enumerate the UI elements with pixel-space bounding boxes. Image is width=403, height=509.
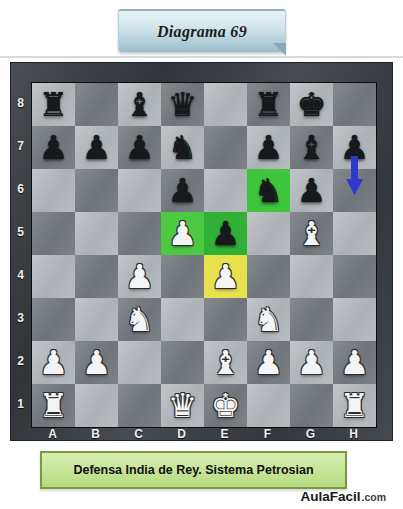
diagram-title: Diagrama 69 — [157, 23, 247, 41]
square-a5[interactable] — [32, 212, 75, 255]
square-d4[interactable] — [161, 255, 204, 298]
square-a8[interactable]: ♜ — [32, 83, 75, 126]
piece-black-rook: ♜ — [39, 83, 69, 126]
square-a4[interactable] — [32, 255, 75, 298]
square-e2[interactable]: ♝ — [204, 341, 247, 384]
piece-black-bishop: ♝ — [297, 126, 327, 169]
piece-black-knight: ♞ — [168, 126, 198, 169]
square-b7[interactable]: ♟ — [75, 126, 118, 169]
opening-caption: Defensa India de Rey. Sistema Petrosian — [73, 463, 313, 477]
square-f2[interactable]: ♟ — [247, 341, 290, 384]
file-label-A: A — [31, 428, 74, 441]
square-b1[interactable] — [75, 384, 118, 427]
header-divider-line — [0, 56, 403, 58]
piece-white-rook: ♜ — [340, 384, 370, 427]
square-d6[interactable]: ♟ — [161, 169, 204, 212]
square-h4[interactable] — [333, 255, 376, 298]
square-a1[interactable]: ♜ — [32, 384, 75, 427]
piece-white-queen: ♛ — [168, 384, 198, 427]
piece-white-knight: ♞ — [125, 298, 155, 341]
square-a2[interactable]: ♟ — [32, 341, 75, 384]
piece-white-pawn: ♟ — [82, 341, 112, 384]
square-f3[interactable]: ♞ — [247, 298, 290, 341]
square-h3[interactable] — [333, 298, 376, 341]
square-d1[interactable]: ♛ — [161, 384, 204, 427]
file-label-H: H — [332, 428, 375, 441]
piece-black-pawn: ♟ — [82, 126, 112, 169]
rank-label-5: 5 — [11, 211, 30, 254]
site-branding: AulaFacil .com — [300, 489, 386, 505]
square-h2[interactable]: ♟ — [333, 341, 376, 384]
square-e6[interactable] — [204, 169, 247, 212]
piece-black-pawn: ♟ — [125, 126, 155, 169]
square-b5[interactable] — [75, 212, 118, 255]
square-b2[interactable]: ♟ — [75, 341, 118, 384]
square-c7[interactable]: ♟ — [118, 126, 161, 169]
square-c3[interactable]: ♞ — [118, 298, 161, 341]
square-a7[interactable]: ♟ — [32, 126, 75, 169]
piece-black-bishop: ♝ — [125, 83, 155, 126]
square-g5[interactable]: ♝ — [290, 212, 333, 255]
square-e8[interactable] — [204, 83, 247, 126]
square-g6[interactable]: ♟ — [290, 169, 333, 212]
board-grid: ♜♝♛♜♚♟♟♟♞♟♝♟♟♞♟♟♟♝♟♟♞♞♟♟♝♟♟♟♜♛♚♜ — [31, 82, 377, 428]
square-f1[interactable] — [247, 384, 290, 427]
square-h8[interactable] — [333, 83, 376, 126]
piece-white-pawn: ♟ — [340, 341, 370, 384]
square-g7[interactable]: ♝ — [290, 126, 333, 169]
square-g2[interactable]: ♟ — [290, 341, 333, 384]
brand-name: AulaFacil — [300, 489, 360, 504]
square-d8[interactable]: ♛ — [161, 83, 204, 126]
piece-white-king: ♚ — [211, 384, 241, 427]
piece-white-pawn: ♟ — [254, 341, 284, 384]
square-d2[interactable] — [161, 341, 204, 384]
square-d7[interactable]: ♞ — [161, 126, 204, 169]
square-c8[interactable]: ♝ — [118, 83, 161, 126]
file-label-E: E — [203, 428, 246, 441]
brand-suffix: .com — [361, 491, 386, 503]
piece-white-rook: ♜ — [39, 384, 69, 427]
square-e7[interactable] — [204, 126, 247, 169]
piece-black-pawn: ♟ — [39, 126, 69, 169]
rank-label-7: 7 — [11, 125, 30, 168]
piece-white-knight: ♞ — [254, 298, 284, 341]
square-c4[interactable]: ♟ — [118, 255, 161, 298]
rank-label-3: 3 — [11, 297, 30, 340]
piece-white-pawn: ♟ — [297, 341, 327, 384]
square-c1[interactable] — [118, 384, 161, 427]
square-d5[interactable]: ♟ — [161, 212, 204, 255]
square-h6[interactable] — [333, 169, 376, 212]
square-a6[interactable] — [32, 169, 75, 212]
piece-white-pawn: ♟ — [211, 255, 241, 298]
piece-white-pawn: ♟ — [39, 341, 69, 384]
square-c2[interactable] — [118, 341, 161, 384]
square-c6[interactable] — [118, 169, 161, 212]
square-e1[interactable]: ♚ — [204, 384, 247, 427]
piece-black-pawn: ♟ — [254, 126, 284, 169]
piece-black-rook: ♜ — [254, 83, 284, 126]
square-f8[interactable]: ♜ — [247, 83, 290, 126]
square-f5[interactable] — [247, 212, 290, 255]
square-b8[interactable] — [75, 83, 118, 126]
square-e3[interactable] — [204, 298, 247, 341]
piece-black-pawn: ♟ — [168, 169, 198, 212]
piece-white-pawn: ♟ — [125, 255, 155, 298]
square-a3[interactable] — [32, 298, 75, 341]
square-h5[interactable] — [333, 212, 376, 255]
square-g1[interactable] — [290, 384, 333, 427]
rank-label-6: 6 — [11, 168, 30, 211]
piece-white-bishop: ♝ — [297, 212, 327, 255]
piece-white-pawn: ♟ — [168, 212, 198, 255]
rank-label-1: 1 — [11, 383, 30, 426]
square-c5[interactable] — [118, 212, 161, 255]
square-b4[interactable] — [75, 255, 118, 298]
chess-board-frame: ♜♝♛♜♚♟♟♟♞♟♝♟♟♞♟♟♟♝♟♟♞♞♟♟♝♟♟♟♜♛♚♜ 8765432… — [10, 62, 393, 441]
file-label-C: C — [117, 428, 160, 441]
piece-black-pawn: ♟ — [297, 169, 327, 212]
rank-label-2: 2 — [11, 340, 30, 383]
square-g3[interactable] — [290, 298, 333, 341]
piece-black-pawn: ♟ — [211, 212, 241, 255]
square-f4[interactable] — [247, 255, 290, 298]
piece-black-king: ♚ — [297, 83, 327, 126]
file-label-B: B — [74, 428, 117, 441]
piece-black-knight: ♞ — [254, 169, 284, 212]
square-d3[interactable] — [161, 298, 204, 341]
square-f6[interactable]: ♞ — [247, 169, 290, 212]
square-b6[interactable] — [75, 169, 118, 212]
square-e5[interactable]: ♟ — [204, 212, 247, 255]
piece-black-pawn: ♟ — [340, 126, 370, 169]
diagram-title-ribbon: Diagrama 69 — [118, 9, 286, 52]
rank-label-8: 8 — [11, 82, 30, 125]
file-label-F: F — [246, 428, 289, 441]
piece-black-queen: ♛ — [168, 83, 198, 126]
ribbon-corner-fold — [273, 43, 286, 56]
square-g4[interactable] — [290, 255, 333, 298]
square-h1[interactable]: ♜ — [333, 384, 376, 427]
file-label-G: G — [289, 428, 332, 441]
square-f7[interactable]: ♟ — [247, 126, 290, 169]
rank-label-4: 4 — [11, 254, 30, 297]
opening-caption-box: Defensa India de Rey. Sistema Petrosian — [40, 451, 347, 489]
square-b3[interactable] — [75, 298, 118, 341]
square-e4[interactable]: ♟ — [204, 255, 247, 298]
file-label-D: D — [160, 428, 203, 441]
square-h7[interactable]: ♟ — [333, 126, 376, 169]
square-g8[interactable]: ♚ — [290, 83, 333, 126]
piece-white-bishop: ♝ — [211, 341, 241, 384]
